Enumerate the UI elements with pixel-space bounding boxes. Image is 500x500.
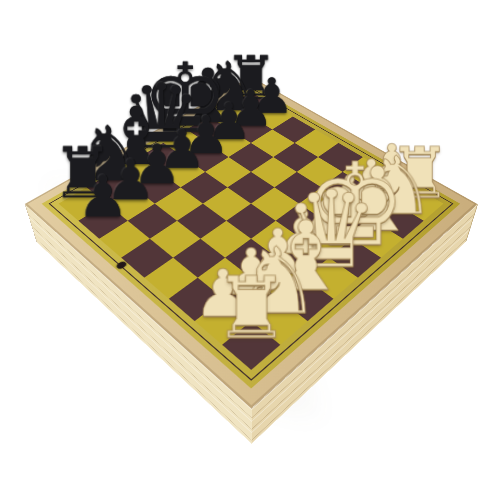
chess-set-product-photo: ♜♞♝♛♚♝♞♜♟♟♟♟♟♟♟♟♟♟♟♟♟♟♟♟♜♞♝♛♚♝♞♜ <box>0 0 500 500</box>
board-lid: ♜♞♝♛♚♝♞♜♟♟♟♟♟♟♟♟♟♟♟♟♟♟♟♟♜♞♝♛♚♝♞♜ <box>25 77 478 409</box>
pawn-glyph: ♟ <box>77 168 129 225</box>
scene-3d: ♜♞♝♛♚♝♞♜♟♟♟♟♟♟♟♟♟♟♟♟♟♟♟♟♜♞♝♛♚♝♞♜ <box>0 0 500 500</box>
rook-glyph: ♜ <box>213 266 289 351</box>
pieces-layer: ♜♞♝♛♚♝♞♜♟♟♟♟♟♟♟♟♟♟♟♟♟♟♟♟♜♞♝♛♚♝♞♜ <box>25 76 478 408</box>
chess-box: ♜♞♝♛♚♝♞♜♟♟♟♟♟♟♟♟♟♟♟♟♟♟♟♟♜♞♝♛♚♝♞♜ <box>25 77 478 409</box>
